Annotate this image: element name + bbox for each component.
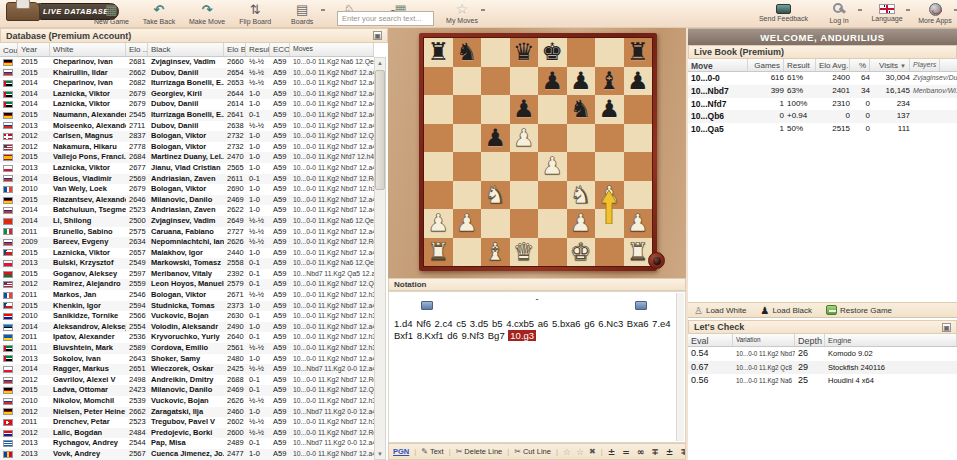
black-pawn: ♟ [624,67,653,96]
table-row[interactable]: 2015Cheparinov, Ivan2681Zvjaginsev, Vadi… [0,57,374,68]
white-pawn: ♟ [510,124,539,153]
eval-symbol-button[interactable]: ∞ [637,447,645,457]
square[interactable]: ♟ [624,67,653,96]
lets-check-header: Let's Check ▣ [688,320,957,334]
column-header-engine[interactable]: Engine [825,334,957,346]
toolbar-new-game[interactable]: ▦New Game [94,2,129,25]
black-queen: ♛ [510,38,539,67]
square[interactable] [453,95,482,124]
database-scrollbar[interactable]: ▲ ▼ [374,57,386,460]
country-flag [0,131,18,142]
square[interactable] [538,181,567,210]
country-flag [0,301,18,312]
country-flag [0,343,18,354]
toolbar-make-move[interactable]: ↷Make Move [189,2,225,25]
square[interactable] [510,209,539,238]
white-king: ♚ [567,238,596,267]
white-pawn: ♟ [424,209,453,238]
white-pawn: ♟ [538,152,567,181]
delete-line-button[interactable]: ✂Delete Line [456,447,503,456]
square[interactable]: ♞ [481,181,510,210]
square[interactable] [538,238,567,267]
black-player-photo-icon[interactable] [635,301,647,310]
star-annotation-icon[interactable]: ☆ [563,447,571,457]
engine-eval-row[interactable]: 0.6710...0-0 11.Kg2 Qc829Stockfish 24011… [688,361,957,375]
toolbar-language[interactable]: Language [870,2,904,24]
database-rows: 2015Cheparinov, Ivan2681Zvjaginsev, Vadi… [0,57,374,460]
take-back-icon: ↶ [150,2,168,17]
toolbar-log-in[interactable]: Log in [822,2,856,24]
book-move-row[interactable]: 10...0-061661%24006430,004Zvjaginsev/Du.… [688,72,957,85]
notation-scrollbar[interactable] [676,293,684,441]
dropdown-dash-icon [481,9,485,11]
book-move-row[interactable]: 10...Nfd71100%23100234 [688,98,957,111]
table-row[interactable]: 2011Bluvshtein, Mark2589Cordova, Emilio2… [0,343,374,354]
table-row[interactable]: 2012Nakamura, Hikaru2778Bologan, Viktor2… [0,142,374,153]
table-row[interactable]: 2012Nielsen, Peter Heine2662Zaragatski, … [0,407,374,418]
country-flag [0,184,18,195]
live-book-header: Live Book (Premium) [688,45,957,59]
board-background: ♜♞♛♚♜♟♟♝♟♟♞♟♟♟♟♞♞♟♟♟♟♟♜♝♛♚♜ [388,28,686,278]
column-header-variation[interactable]: Variation [733,334,795,346]
dropdown-dash-icon [858,9,862,11]
text-button[interactable]: ✎Text [421,447,443,456]
table-row[interactable]: 2012Lalic, Bogdan2484Predojevic, Borki26… [0,428,374,439]
flip-board-icon: ⇅ [246,2,264,17]
column-header--[interactable]: % [850,59,870,71]
table-row[interactable]: 2011Ipatov, Alexander2536Kryvoruchko, Yu… [0,332,374,343]
notation-title: Notation [394,280,426,289]
column-header-white[interactable]: White [50,43,126,56]
detach-panel-icon[interactable]: ▣ [373,31,382,40]
square[interactable] [567,152,596,181]
eval-symbol-button[interactable]: ∓ [680,447,686,457]
column-header-cou-[interactable]: Cou... [0,43,18,56]
square[interactable] [567,38,596,67]
scissors-icon: ✂ [456,447,463,456]
column-header-result[interactable]: Result [784,59,816,71]
live-book-columns: MoveGamesResultElo Avg.%Visits▼Players [688,59,957,72]
square[interactable]: ♟ [510,95,539,124]
move-list[interactable]: 1.d4 Nf6 2.c4 c5 3.d5 b5 4.cxb5 a6 5.bxa… [389,318,685,342]
right-panel: WELCOME, ANDURILIUS Live Book (Premium) … [688,28,957,460]
square[interactable] [481,67,510,96]
square[interactable]: ♟ [538,152,567,181]
pencil-icon: ✎ [421,447,428,456]
table-row[interactable]: 2014Cheparinov, Ivan2682Iturrizaga Bonel… [0,78,374,89]
dropdown-dash-icon [321,9,325,11]
square[interactable]: ♞ [567,181,596,210]
square[interactable] [624,95,653,124]
chess-board: ♜♞♛♚♜♟♟♝♟♟♞♟♟♟♟♞♞♟♟♟♟♟♜♝♛♚♜ [424,38,652,266]
square[interactable] [538,209,567,238]
country-flag [0,121,18,132]
table-row[interactable]: 2014Aleksandrov, Aleksej2554Volodin, Ale… [0,322,374,333]
square[interactable] [424,124,453,153]
square[interactable] [481,152,510,181]
square[interactable]: ♚ [567,238,596,267]
table-row[interactable]: 2010Sanikidze, Tornike2566Vuckovic, Boja… [0,311,374,322]
country-flag [0,385,18,396]
square[interactable]: ♜ [424,38,453,67]
country-flag [0,258,18,269]
black-pawn: ♟ [567,67,596,96]
square[interactable] [567,124,596,153]
table-row[interactable]: 2015Goganov, Aleksey2597Meribanov, Vital… [0,269,374,280]
table-row[interactable]: 2015Ladva, Ottomar2423Milanovic, Danilo2… [0,385,374,396]
black-pawn: ♟ [595,95,624,124]
book-move-row[interactable]: 10...Qb60+0.9400137 [688,110,957,123]
eval-symbol-button[interactable]: = [622,447,630,457]
toolbar-more-apps[interactable]: More Apps [918,2,952,24]
top-toolbar: LIVE DATABASE ▦New Game↶Take Back↷Make M… [0,0,957,28]
table-row[interactable]: 2013Rychagov, Andrey2544Pap, Misa24890-1… [0,438,374,449]
restore-game-button[interactable]: Restore Game [826,305,892,315]
lets-check-rows: 0.5410...0-0 11.Kg2 Nbd726Komodo 9.020.6… [688,347,957,388]
black-bishop: ♝ [595,67,624,96]
delete-annotations-icon[interactable]: ✖ [589,447,596,456]
black-pawn: ♟ [481,124,510,153]
square[interactable]: ♟ [510,124,539,153]
table-row[interactable]: 2011Brunello, Sabino2575Caruana, Fabiano… [0,227,374,238]
square[interactable] [595,238,624,267]
country-flag [0,57,18,68]
black-pawn: ♟ [510,95,539,124]
square[interactable] [453,152,482,181]
table-row[interactable]: 2014Li, Shilong2500Zvjaginsev, Vadim2649… [0,216,374,227]
square[interactable] [453,238,482,267]
column-header-games[interactable]: Games [748,59,784,71]
black-knight: ♞ [567,95,596,124]
column-header-year[interactable]: Year [18,43,50,56]
toolbar-take-back[interactable]: ↶Take Back [142,2,176,25]
column-header-elo-b-[interactable]: Elo B... [224,43,246,56]
globe-icon [929,3,942,16]
country-flag [0,364,18,375]
lets-check-title: Let's Check [694,322,744,332]
table-row[interactable]: 2015Khenkin, Igor2594Studnicka, Tomas237… [0,301,374,312]
table-row[interactable]: 2012Gavrilov, Alexei V2498Andreikin, Dmi… [0,375,374,386]
country-flag [0,269,18,280]
black-knight: ♞ [453,38,482,67]
table-row[interactable]: 2014Laznicka, Viktor2679Dubov, Daniil261… [0,99,374,110]
square[interactable]: ♟ [624,209,653,238]
table-row[interactable]: 2013Laznicka, Viktor2677Jianu, Vlad Cris… [0,163,374,174]
engine-eval-row[interactable]: 0.5610...0-0 11.Kg2 Na625Houdini 4 x64 [688,374,957,388]
table-row[interactable]: 2015Vallejo Pons, Franci...2684Martinez … [0,152,374,163]
live-book-title: Live Book (Premium) [694,47,784,57]
column-header-eco[interactable]: ECO [270,43,290,56]
toolbar-send-feedback[interactable]: Send Feedback [759,2,808,24]
new-game-icon: ▦ [103,2,121,17]
country-flag [0,152,18,163]
table-row[interactable]: 2011Markos, Jan2546Bologan, Viktor2671½-… [0,290,374,301]
eval-symbol-button[interactable]: ∓ [651,447,659,457]
square[interactable]: ♛ [510,238,539,267]
notation-panel: - 1.d4 Nf6 2.c4 c5 3.d5 b5 4.cxb5 a6 5.b… [388,291,686,443]
restore-icon [826,305,837,315]
country-flag [0,311,18,322]
country-flag [0,428,18,439]
load-black-button[interactable]: ♟ Load Black [760,305,812,316]
country-flag [0,89,18,100]
table-row[interactable]: 2014Laznicka, Viktor2679Georgiev, Kiril2… [0,89,374,100]
scrollbar-thumb[interactable] [375,70,385,190]
square[interactable] [453,181,482,210]
square[interactable]: ♚ [538,38,567,67]
cut-line-button[interactable]: ✂Cut Line [514,447,551,456]
country-flag [0,354,18,365]
square[interactable]: ♞ [567,95,596,124]
database-panel-header: Database (Premium Account) ▣ [0,28,388,43]
scissors-icon: ✂ [514,447,521,456]
country-flag [0,248,18,259]
country-flag [0,110,18,121]
square[interactable]: ♟ [453,209,482,238]
white-pawn: ♟ [624,209,653,238]
country-flag [0,227,18,238]
country-flag [0,438,18,449]
square[interactable] [595,38,624,67]
detach-panel-icon[interactable]: ▣ [942,323,951,332]
table-row[interactable]: 2013Sokolov, Ivan2643Shoker, Samy24801-0… [0,354,374,365]
pgn-button[interactable]: PGN [393,447,409,456]
country-flag [0,407,18,418]
country-flag [0,78,18,89]
square[interactable]: ♟ [481,124,510,153]
square[interactable] [624,181,653,210]
board-column: ♜♞♛♚♜♟♟♝♟♟♞♟♟♟♟♞♞♟♟♟♟♟♜♝♛♚♜ Notation - 1… [388,28,686,460]
actions-bar: ♙ Load White ♟ Load Black Restore Game [688,302,957,318]
column-header-players[interactable]: Players [910,59,940,71]
monitor-icon [776,4,791,14]
country-flag [0,322,18,333]
country-flag [0,332,18,343]
column-header-moves[interactable]: Moves [290,43,374,56]
country-flag [0,174,18,185]
live-book-rows: 10...0-061661%24006430,004Zvjaginsev/Du.… [688,72,957,136]
scroll-down-icon[interactable]: ▼ [375,449,385,459]
table-row[interactable]: 2013Bulski, Krzysztof2549Markowski, Toma… [0,258,374,269]
database-panel: Database (Premium Account) ▣ Cou...YearW… [0,28,388,460]
table-row[interactable]: 2015Naumann, Alexander2545Iturrizaga Bon… [0,110,374,121]
eval-symbols: ±=∞∓±∓+--+⊕ [608,443,686,460]
square[interactable]: ♟ [567,209,596,238]
load-white-button[interactable]: ♙ Load White [694,305,746,316]
boards-icon: ▤ [293,2,311,17]
star-icon: ☆ [456,2,469,16]
square[interactable]: ♝ [481,238,510,267]
column-header-elo-[interactable]: Elo ... [126,43,148,56]
table-row[interactable]: 2011Drenchev, Petar2523Tregubov, Pavel V… [0,417,374,428]
country-flag [0,279,18,290]
eval-symbol-button[interactable]: ± [666,447,674,457]
board-frame: ♜♞♛♚♜♟♟♝♟♟♞♟♟♟♟♞♞♟♟♟♟♟♜♝♛♚♜ [419,33,657,271]
table-row[interactable]: 2014Belous, Vladimir2569Andriasian, Zave… [0,174,374,185]
table-row[interactable]: 2010Nikolov, Momchil2539Vuckovic, Bojan2… [0,396,374,407]
white-player-photo-icon[interactable] [421,301,433,310]
table-row[interactable]: 2009Bareev, Evgeny2634Nepomniachtchi, Ia… [0,237,374,248]
white-pawn: ♟ [567,209,596,238]
column-header-elo-avg-[interactable]: Elo Avg. [816,59,850,71]
white-knight: ♞ [567,181,596,210]
country-flag [0,417,18,428]
table-row[interactable]: 2014Ragger, Markus2651Wieczorek, Oskar24… [0,364,374,375]
square[interactable]: ♛ [510,38,539,67]
square[interactable] [538,124,567,153]
table-row[interactable]: 2012Ramirez, Alejandro2559Leon Hoyos, Ma… [0,279,374,290]
make-move-icon: ↷ [198,2,216,17]
square[interactable] [595,152,624,181]
square[interactable]: ♜ [624,38,653,67]
star-annotation-icon[interactable]: ☆ [576,447,584,457]
white-bishop: ♝ [481,238,510,267]
country-flag [0,449,18,460]
last-move-arrow [601,190,617,228]
white-queen: ♛ [510,238,539,267]
column-header-eval[interactable]: Eval [688,334,733,346]
country-flag [0,216,18,227]
black-rook: ♜ [424,38,453,67]
square[interactable] [481,209,510,238]
column-header-depth[interactable]: Depth [795,334,825,346]
square[interactable] [424,181,453,210]
current-move[interactable]: 10.g3 [508,330,536,341]
database-title: Database (Premium Account) [6,31,131,41]
country-flag [0,195,18,206]
country-flag [0,163,18,174]
notation-panel-header: Notation [388,278,686,291]
square[interactable] [595,124,624,153]
black-king: ♚ [538,38,567,67]
key-icon [832,2,846,16]
country-flag [0,99,18,110]
square[interactable] [453,67,482,96]
table-row[interactable]: 2015Riazantsev, Alexander2646Milanovic, … [0,195,374,206]
toolbar-boards[interactable]: ▤Boards [285,2,319,25]
table-row[interactable]: 2013Vovk, Andrey2567Cuenca Jimenez, Jo..… [0,449,374,460]
black-pawn-icon: ♟ [760,305,769,316]
lets-check-columns: EvalVariationDepthEngine [688,334,957,347]
square[interactable] [453,124,482,153]
column-header-result[interactable]: Result [246,43,270,56]
country-flag [0,396,18,407]
square[interactable] [624,152,653,181]
square[interactable]: ♟ [595,95,624,124]
database-header: Cou...YearWhiteElo ...BlackElo B...Resul… [0,43,374,57]
book-move-row[interactable]: 10...Nbd739963%24013416,145Meribanov/Wi.… [688,85,957,98]
square[interactable] [481,95,510,124]
square[interactable]: ♟ [424,209,453,238]
table-row[interactable]: 2010Van Wely, Loek2679Bologan, Viktor269… [0,184,374,195]
square[interactable] [481,38,510,67]
column-header-move[interactable]: Move [688,59,748,71]
square[interactable] [624,124,653,153]
column-header-visits[interactable]: Visits▼ [870,59,910,71]
white-pawn-icon: ♙ [694,305,703,316]
square[interactable] [424,95,453,124]
toolbar-flip-board[interactable]: ⇅Flip Board [238,2,272,25]
scroll-up-icon[interactable]: ▲ [375,58,385,68]
square[interactable] [510,152,539,181]
table-row[interactable]: 2014Batchuluun, Tsegmed2523Andriasian, Z… [0,205,374,216]
country-flag [0,375,18,386]
eval-symbol-button[interactable]: ± [608,447,616,457]
notation-toolbar: PGN | ✎Text | ✂Delete Line | ✂Cut Line |… [388,443,686,460]
white-knight: ♞ [481,181,510,210]
uk-flag-icon [879,4,895,14]
dropdown-dash-icon [906,9,910,11]
board-resize-knob[interactable] [648,252,665,269]
search-input[interactable] [337,11,434,26]
table-row[interactable]: 2015Laznicka, Viktor2657Malakhov, Igor24… [0,248,374,259]
folder-icon [6,2,40,21]
square[interactable] [424,67,453,96]
square[interactable]: ♝ [595,67,624,96]
square[interactable] [510,67,539,96]
square[interactable]: ♜ [424,238,453,267]
country-flag [0,290,18,301]
square[interactable] [510,181,539,210]
square[interactable]: ♞ [453,38,482,67]
table-row[interactable]: 2012Carlsen, Magnus2837Bologan, Viktor27… [0,131,374,142]
square[interactable]: ♟ [538,67,567,96]
column-header-black[interactable]: Black [148,43,224,56]
country-flag [0,237,18,248]
square[interactable] [538,95,567,124]
square[interactable]: ♟ [567,67,596,96]
sort-indicator-icon: ▼ [900,63,906,69]
welcome-banner: WELCOME, ANDURILIUS [688,28,957,45]
country-flag [0,68,18,79]
white-pawn: ♟ [453,209,482,238]
white-rook: ♜ [424,238,453,267]
table-row[interactable]: 2013Moiseenko, Alexander2711Dubov, Danii… [0,121,374,132]
black-rook: ♜ [624,38,653,67]
book-move-row[interactable]: 10...Qa5150%25150111 [688,123,957,136]
black-pawn: ♟ [538,67,567,96]
toolbar-my-moves[interactable]: ☆ My Moves [445,2,479,24]
engine-eval-row[interactable]: 0.5410...0-0 11.Kg2 Nbd726Komodo 9.02 [688,347,957,361]
table-row[interactable]: 2015Khairullin, Ildar2662Dubov, Daniil26… [0,68,374,79]
country-flag [0,142,18,153]
square[interactable] [424,152,453,181]
country-flag [0,205,18,216]
